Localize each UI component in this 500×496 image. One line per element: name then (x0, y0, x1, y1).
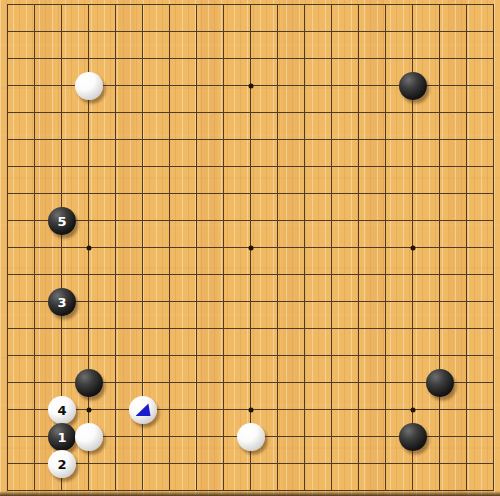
board-cell (251, 5, 278, 32)
board-cell (89, 221, 116, 248)
board-cell (224, 32, 251, 59)
board-cell (197, 221, 224, 248)
board-cell (89, 140, 116, 167)
board-cell (278, 5, 305, 32)
board-cell (251, 194, 278, 221)
board-cell (386, 329, 413, 356)
board-cell (89, 167, 116, 194)
board-cell (8, 275, 35, 302)
board-cell (440, 302, 467, 329)
board-cell (386, 248, 413, 275)
board-cell (278, 302, 305, 329)
board-cell (116, 140, 143, 167)
board-cell (89, 194, 116, 221)
board-cell (359, 275, 386, 302)
stone-white-C2[interactable]: 2 (48, 450, 76, 478)
board-cell (467, 140, 494, 167)
board-cell (386, 32, 413, 59)
board-cell (8, 194, 35, 221)
board-cell (278, 32, 305, 59)
board-cell (116, 221, 143, 248)
board-cell (467, 275, 494, 302)
board-cell (197, 329, 224, 356)
board-cell (359, 248, 386, 275)
stone-black-C3[interactable]: 1 (48, 423, 76, 451)
board-cell (251, 140, 278, 167)
board-cell (8, 437, 35, 464)
board-cell (197, 32, 224, 59)
board-cell (467, 410, 494, 437)
stone-white-D16[interactable] (75, 72, 103, 100)
board-cell (413, 113, 440, 140)
board-cell (359, 194, 386, 221)
board-cell (8, 86, 35, 113)
board-cell (413, 5, 440, 32)
board-cell (305, 5, 332, 32)
board-cell (467, 167, 494, 194)
board-cell (440, 32, 467, 59)
board-cell (278, 410, 305, 437)
stone-black-Q3[interactable] (399, 423, 427, 451)
stone-black-Q16[interactable] (399, 72, 427, 100)
board-cell (359, 32, 386, 59)
board-cell (170, 464, 197, 491)
board-cell (467, 59, 494, 86)
move-number-label: 3 (57, 296, 66, 309)
board-cell (143, 356, 170, 383)
board-cell (116, 464, 143, 491)
board-cell (170, 275, 197, 302)
board-cell (413, 32, 440, 59)
stone-black-R5[interactable] (426, 369, 454, 397)
board-cell (89, 248, 116, 275)
board-cell (305, 86, 332, 113)
board-cell (170, 167, 197, 194)
board-cell (224, 275, 251, 302)
board-cell (440, 248, 467, 275)
board-cell (251, 329, 278, 356)
board-cell (413, 221, 440, 248)
board-cell (224, 221, 251, 248)
board-cell (197, 302, 224, 329)
stone-white-C4[interactable]: 4 (48, 396, 76, 424)
move-number-label: 4 (57, 404, 66, 417)
board-cell (8, 140, 35, 167)
board-cell (440, 194, 467, 221)
board-cell (8, 383, 35, 410)
board-cell (170, 356, 197, 383)
board-cell (224, 86, 251, 113)
board-cell (62, 113, 89, 140)
board-cell (35, 329, 62, 356)
board-cell (440, 167, 467, 194)
board-cell (305, 59, 332, 86)
board-cell (386, 221, 413, 248)
board-cell (143, 194, 170, 221)
star-point (249, 408, 254, 413)
board-cell (170, 221, 197, 248)
board-cell (62, 248, 89, 275)
board-cell (35, 5, 62, 32)
board-cell (467, 248, 494, 275)
board-cell (197, 113, 224, 140)
board-cell (143, 113, 170, 140)
board-cell (359, 410, 386, 437)
board-cell (170, 86, 197, 113)
board-cell (305, 302, 332, 329)
board-cell (89, 32, 116, 59)
board-cell (89, 464, 116, 491)
board-cell (89, 302, 116, 329)
board-cell (413, 167, 440, 194)
board-cell (143, 167, 170, 194)
board-cell (359, 140, 386, 167)
board-cell (332, 194, 359, 221)
board-cell (224, 383, 251, 410)
board-cell (305, 194, 332, 221)
stone-white-D3[interactable] (75, 423, 103, 451)
board-cell (224, 356, 251, 383)
stone-black-D5[interactable] (75, 369, 103, 397)
board-cell (35, 356, 62, 383)
stone-white-K3[interactable] (237, 423, 265, 451)
go-app-screen: 53412 (0, 0, 500, 496)
board-cell (224, 248, 251, 275)
board-cell (278, 437, 305, 464)
board-cell (143, 5, 170, 32)
board-cell (440, 59, 467, 86)
board-cell (305, 410, 332, 437)
board-cell (8, 302, 35, 329)
board-cell (278, 167, 305, 194)
board-cell (278, 356, 305, 383)
board-cell (305, 383, 332, 410)
board-cell (143, 329, 170, 356)
board-cell (143, 86, 170, 113)
board-cell (332, 329, 359, 356)
board-cell (440, 140, 467, 167)
board-cell (413, 140, 440, 167)
star-point (411, 408, 416, 413)
board-cell (35, 167, 62, 194)
board-cell (62, 140, 89, 167)
board-cell (359, 329, 386, 356)
move-number-label: 1 (57, 431, 66, 444)
move-number-label: 5 (57, 215, 66, 228)
board-cell (251, 275, 278, 302)
board-cell (251, 167, 278, 194)
board-cell (197, 140, 224, 167)
board-cell (332, 5, 359, 32)
board-cell (197, 410, 224, 437)
board-cell (116, 5, 143, 32)
board-cell (305, 329, 332, 356)
board-cell (197, 194, 224, 221)
board-cell (8, 113, 35, 140)
board-cell (278, 275, 305, 302)
board-cell (359, 221, 386, 248)
board-cell (197, 59, 224, 86)
board-cell (8, 32, 35, 59)
board-cell (278, 383, 305, 410)
board-cell (170, 113, 197, 140)
board-cell (332, 32, 359, 59)
board-cell (62, 32, 89, 59)
board-cell (197, 86, 224, 113)
board-cell (332, 86, 359, 113)
board-cell (359, 59, 386, 86)
board-cell (251, 248, 278, 275)
board-cell (224, 464, 251, 491)
board-cell (440, 464, 467, 491)
board-cell (170, 383, 197, 410)
board-cell (8, 410, 35, 437)
board-cell (62, 167, 89, 194)
board-cell (386, 302, 413, 329)
board-cell (251, 356, 278, 383)
board-cell (440, 221, 467, 248)
board-cell (116, 356, 143, 383)
board-cell (224, 194, 251, 221)
board-cell (386, 464, 413, 491)
board-cell (413, 194, 440, 221)
board-cell (35, 140, 62, 167)
board-cell (8, 329, 35, 356)
move-number-label: 2 (57, 458, 66, 471)
star-point (87, 408, 92, 413)
board-cell (332, 167, 359, 194)
board-cell (332, 275, 359, 302)
board-cell (440, 275, 467, 302)
board-cell (35, 59, 62, 86)
board-cell (251, 32, 278, 59)
board-cell (278, 86, 305, 113)
board-bottom-edge-shadow (0, 491, 500, 496)
board-cell (224, 5, 251, 32)
board-cell (251, 59, 278, 86)
board-cell (35, 32, 62, 59)
board-cell (116, 437, 143, 464)
board-cell (386, 356, 413, 383)
board-cell (359, 113, 386, 140)
board-cell (143, 464, 170, 491)
board-cell (305, 464, 332, 491)
board-cell (116, 194, 143, 221)
stone-white-F4[interactable] (129, 396, 157, 424)
board-cell (197, 356, 224, 383)
board-cell (8, 167, 35, 194)
board-cell (305, 275, 332, 302)
board-cell (332, 59, 359, 86)
board-cell (359, 302, 386, 329)
board-cell (278, 113, 305, 140)
board-cell (62, 329, 89, 356)
board-cell (62, 5, 89, 32)
board-cell (359, 356, 386, 383)
board-cell (467, 5, 494, 32)
board-cell (251, 221, 278, 248)
board-cell (170, 302, 197, 329)
board-cell (332, 140, 359, 167)
board-cell (440, 86, 467, 113)
board-cell (332, 221, 359, 248)
board-cell (467, 221, 494, 248)
board-cell (8, 59, 35, 86)
board-cell (197, 248, 224, 275)
board-cell (116, 32, 143, 59)
board-cell (386, 167, 413, 194)
board-cell (359, 167, 386, 194)
board-cell (332, 383, 359, 410)
board-cell (278, 140, 305, 167)
star-point (249, 246, 254, 251)
board-cell (170, 32, 197, 59)
board-cell (467, 194, 494, 221)
board-cell (440, 410, 467, 437)
board-cell (386, 5, 413, 32)
triangle-marker-icon (136, 403, 151, 416)
board-cell (467, 302, 494, 329)
board-cell (332, 410, 359, 437)
board-cell (413, 464, 440, 491)
board-cell (8, 248, 35, 275)
board-cell (8, 356, 35, 383)
star-point (249, 84, 254, 89)
board-cell (8, 221, 35, 248)
star-point (411, 246, 416, 251)
board-cell (305, 356, 332, 383)
board-cell (143, 248, 170, 275)
board-cell (143, 32, 170, 59)
board-cell (332, 437, 359, 464)
board-cell (197, 464, 224, 491)
board-cell (440, 329, 467, 356)
board-cell (278, 194, 305, 221)
board-cell (467, 329, 494, 356)
board-cell (305, 437, 332, 464)
board-cell (305, 32, 332, 59)
board-cell (116, 275, 143, 302)
board-cell (170, 410, 197, 437)
board-cell (89, 329, 116, 356)
board-cell (170, 437, 197, 464)
board-cell (116, 248, 143, 275)
board-cell (359, 437, 386, 464)
board-cell (278, 329, 305, 356)
board-cell (251, 383, 278, 410)
board-cell (386, 275, 413, 302)
board-cell (305, 221, 332, 248)
board-cell (35, 248, 62, 275)
board-cell (8, 5, 35, 32)
board-cell (170, 329, 197, 356)
board-cell (305, 248, 332, 275)
go-board[interactable]: 53412 (0, 0, 500, 496)
board-cell (332, 302, 359, 329)
board-cell (143, 221, 170, 248)
board-cell (170, 194, 197, 221)
board-cell (35, 86, 62, 113)
board-cell (305, 167, 332, 194)
board-cell (332, 356, 359, 383)
board-cell (440, 5, 467, 32)
board-cell (143, 59, 170, 86)
board-cell (197, 437, 224, 464)
board-cell (359, 86, 386, 113)
board-cell (8, 464, 35, 491)
board-cell (413, 275, 440, 302)
board-cell (278, 59, 305, 86)
board-cell (224, 59, 251, 86)
board-cell (89, 5, 116, 32)
board-cell (197, 5, 224, 32)
board-cell (467, 113, 494, 140)
board-cell (467, 32, 494, 59)
board-cell (251, 86, 278, 113)
board-cell (197, 383, 224, 410)
board-cell (332, 113, 359, 140)
board-cell (89, 113, 116, 140)
board-cell (251, 113, 278, 140)
board-cell (170, 5, 197, 32)
board-cell (224, 167, 251, 194)
stone-black-C11[interactable]: 5 (48, 207, 76, 235)
board-cell (143, 275, 170, 302)
board-cell (224, 140, 251, 167)
board-cell (170, 59, 197, 86)
board-cell (116, 86, 143, 113)
board-cell (116, 59, 143, 86)
board-cell (278, 248, 305, 275)
board-cell (386, 383, 413, 410)
board-cell (224, 302, 251, 329)
board-cell (467, 437, 494, 464)
board-cell (413, 302, 440, 329)
board-cell (332, 464, 359, 491)
board-cell (224, 113, 251, 140)
board-cell (359, 464, 386, 491)
board-cell (170, 140, 197, 167)
board-cell (116, 113, 143, 140)
board-cell (386, 140, 413, 167)
board-cell (89, 275, 116, 302)
board-cell (170, 248, 197, 275)
board-cell (278, 221, 305, 248)
board-cell (35, 113, 62, 140)
board-cell (467, 383, 494, 410)
stone-black-C8[interactable]: 3 (48, 288, 76, 316)
board-cell (305, 113, 332, 140)
board-cell (413, 329, 440, 356)
board-cell (359, 383, 386, 410)
board-cell (386, 194, 413, 221)
board-cell (143, 302, 170, 329)
board-cell (251, 302, 278, 329)
board-cell (143, 140, 170, 167)
board-cell (116, 167, 143, 194)
board-cell (386, 113, 413, 140)
board-cell (197, 275, 224, 302)
board-cell (278, 464, 305, 491)
board-cell (224, 329, 251, 356)
board-cell (359, 5, 386, 32)
star-point (87, 246, 92, 251)
board-cell (467, 356, 494, 383)
board-cell (440, 437, 467, 464)
board-cell (332, 248, 359, 275)
board-cell (197, 167, 224, 194)
board-cell (467, 86, 494, 113)
